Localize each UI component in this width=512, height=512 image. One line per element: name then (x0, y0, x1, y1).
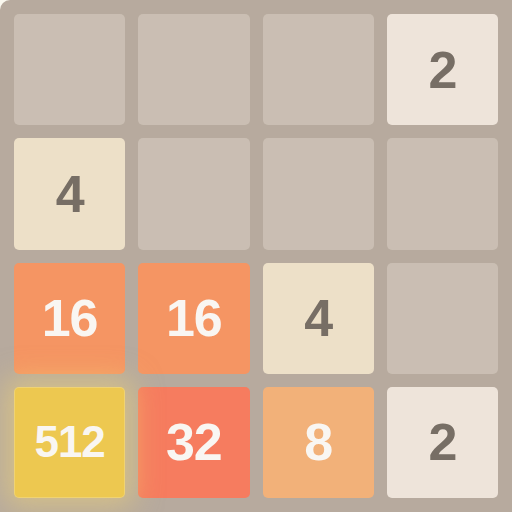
tile-16-r3c2: 16 (138, 263, 249, 374)
tile-4-r3c3: 4 (263, 263, 374, 374)
tile-512-r4c1: 512 (14, 387, 125, 498)
empty-cell-r1c1 (14, 14, 125, 125)
tile-2-r1c4: 2 (387, 14, 498, 125)
empty-cell-r2c2 (138, 138, 249, 249)
tile-2-r4c4: 2 (387, 387, 498, 498)
tile-4-r2c1: 4 (14, 138, 125, 249)
empty-cell-r1c2 (138, 14, 249, 125)
board-2048[interactable]: 24161645123282 (0, 0, 512, 512)
empty-cell-r1c3 (263, 14, 374, 125)
tile-32-r4c2: 32 (138, 387, 249, 498)
empty-cell-r2c3 (263, 138, 374, 249)
tile-16-r3c1: 16 (14, 263, 125, 374)
empty-cell-r2c4 (387, 138, 498, 249)
empty-cell-r3c4 (387, 263, 498, 374)
tile-8-r4c3: 8 (263, 387, 374, 498)
